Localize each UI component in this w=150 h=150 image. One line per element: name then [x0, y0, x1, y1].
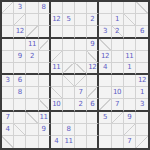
- cell-r11c9-empty[interactable]: [99, 124, 111, 136]
- cell-r5c10-empty[interactable]: [112, 51, 124, 63]
- cell-r8c9-empty[interactable]: [99, 87, 111, 99]
- cell-r2c3-empty[interactable]: [26, 14, 38, 26]
- cell-r6c5-given[interactable]: 11: [51, 63, 63, 75]
- cell-r7c2-given[interactable]: 6: [14, 75, 26, 87]
- cell-r5c7-empty[interactable]: [75, 51, 87, 63]
- cell-r8c6-empty[interactable]: [63, 87, 75, 99]
- cell-r1c11-empty[interactable]: [124, 2, 136, 14]
- cell-r6c6-empty[interactable]: [63, 63, 75, 75]
- cell-r9c3-empty[interactable]: [26, 99, 38, 111]
- cell-r3c3-empty[interactable]: [26, 26, 38, 38]
- cell-r10c5-empty[interactable]: [51, 112, 63, 124]
- cell-r1c4-given[interactable]: 8: [39, 2, 51, 14]
- cell-r6c2-empty[interactable]: [14, 63, 26, 75]
- cell-r10c8-empty[interactable]: [87, 112, 99, 124]
- cell-r12c3-empty[interactable]: [26, 136, 38, 148]
- cell-r8c8-empty[interactable]: [87, 87, 99, 99]
- cell-r9c6-empty[interactable]: [63, 99, 75, 111]
- cell-r7c3-empty[interactable]: [26, 75, 38, 87]
- cell-r5c6-empty[interactable]: [63, 51, 75, 63]
- cell-r2c4-empty[interactable]: [39, 14, 51, 26]
- cell-r10c6-empty[interactable]: [63, 112, 75, 124]
- cell-r9c5-given[interactable]: 10: [51, 99, 63, 111]
- cell-r5c11-given[interactable]: 11: [124, 51, 136, 63]
- cell-r8c5-empty[interactable]: [51, 87, 63, 99]
- cell-r9c4-empty[interactable]: [39, 99, 51, 111]
- cell-r12c4-empty[interactable]: [39, 136, 51, 148]
- cell-r4c5-empty[interactable]: [51, 39, 63, 51]
- cell-r4c2-empty[interactable]: [14, 39, 26, 51]
- cell-r10c9-given[interactable]: 5: [99, 112, 111, 124]
- cell-r6c12-empty[interactable]: [136, 63, 148, 75]
- cell-r11c8-empty[interactable]: [87, 124, 99, 136]
- cell-r3c10-given[interactable]: 2: [112, 26, 124, 38]
- cell-r11c4-given[interactable]: 9: [39, 124, 51, 136]
- cell-r6c7-empty[interactable]: [75, 63, 87, 75]
- cell-r3c6-empty[interactable]: [63, 26, 75, 38]
- cell-r7c12-given[interactable]: 12: [136, 75, 148, 87]
- cell-r7c6-empty[interactable]: [63, 75, 75, 87]
- cell-r12c8-empty[interactable]: [87, 136, 99, 148]
- cell-r8c11-empty[interactable]: [124, 87, 136, 99]
- cell-r10c12-empty[interactable]: [136, 112, 148, 124]
- cell-r7c9-empty[interactable]: [99, 75, 111, 87]
- cell-r9c11-empty[interactable]: [124, 99, 136, 111]
- cell-r8c1-empty[interactable]: [2, 87, 14, 99]
- cell-r7c10-empty[interactable]: [112, 75, 124, 87]
- cell-r2c12-empty[interactable]: [136, 14, 148, 26]
- cell-r4c8-given[interactable]: 9: [87, 39, 99, 51]
- cell-r7c1-given[interactable]: 3: [2, 75, 14, 87]
- cell-r12c1-empty[interactable]: [2, 136, 14, 148]
- cell-r6c3-empty[interactable]: [26, 63, 38, 75]
- cell-r3c12-given[interactable]: 6: [136, 26, 148, 38]
- cell-r9c1-empty[interactable]: [2, 99, 14, 111]
- cell-r8c2-given[interactable]: 8: [14, 87, 26, 99]
- cell-r11c3-empty[interactable]: [26, 124, 38, 136]
- cell-r6c1-empty[interactable]: [2, 63, 14, 75]
- cell-r12c5-given[interactable]: 4: [51, 136, 63, 148]
- cell-r5c4-empty[interactable]: [39, 51, 51, 63]
- cell-r5c1-empty[interactable]: [2, 51, 14, 63]
- cell-r10c10-empty[interactable]: [112, 112, 124, 124]
- cell-r6c4-empty[interactable]: [39, 63, 51, 75]
- cell-r2c5-given[interactable]: 12: [51, 14, 63, 26]
- cell-r1c9-empty[interactable]: [99, 2, 111, 14]
- cell-r11c6-given[interactable]: 8: [63, 124, 75, 136]
- cell-r11c10-empty[interactable]: [112, 124, 124, 136]
- cell-r9c9-empty[interactable]: [99, 99, 111, 111]
- sudoku-board: 3812521123261199212111112413612871011026…: [0, 0, 150, 150]
- cell-r5c2-given[interactable]: 9: [14, 51, 26, 63]
- cell-r9c7-given[interactable]: 2: [75, 99, 87, 111]
- cell-r4c10-empty[interactable]: [112, 39, 124, 51]
- cell-r1c12-empty[interactable]: [136, 2, 148, 14]
- cell-r4c7-empty[interactable]: [75, 39, 87, 51]
- cell-r6c9-given[interactable]: 4: [99, 63, 111, 75]
- cell-r2c11-empty[interactable]: [124, 14, 136, 26]
- cell-r11c5-empty[interactable]: [51, 124, 63, 136]
- cell-r6c10-empty[interactable]: [112, 63, 124, 75]
- cell-r1c1-empty[interactable]: [2, 2, 14, 14]
- cell-r8c7-given[interactable]: 7: [75, 87, 87, 99]
- cell-r9c8-given[interactable]: 6: [87, 99, 99, 111]
- cell-r11c12-empty[interactable]: [136, 124, 148, 136]
- cell-r1c5-empty[interactable]: [51, 2, 63, 14]
- cell-r7c5-empty[interactable]: [51, 75, 63, 87]
- cell-r4c12-empty[interactable]: [136, 39, 148, 51]
- cell-r1c10-empty[interactable]: [112, 2, 124, 14]
- cell-r1c2-given[interactable]: 3: [14, 2, 26, 14]
- cell-r1c8-empty[interactable]: [87, 2, 99, 14]
- cell-r3c7-empty[interactable]: [75, 26, 87, 38]
- cell-r5c3-given[interactable]: 2: [26, 51, 38, 63]
- cell-r3c5-empty[interactable]: [51, 26, 63, 38]
- cell-r3c4-empty[interactable]: [39, 26, 51, 38]
- cell-r8c10-given[interactable]: 10: [112, 87, 124, 99]
- cell-r4c3-given[interactable]: 11: [26, 39, 38, 51]
- cell-r10c2-empty[interactable]: [14, 112, 26, 124]
- cell-r12c7-empty[interactable]: [75, 136, 87, 148]
- cell-r10c11-given[interactable]: 9: [124, 112, 136, 124]
- cell-r4c1-empty[interactable]: [2, 39, 14, 51]
- cell-r1c6-empty[interactable]: [63, 2, 75, 14]
- cell-r4c9-empty[interactable]: [99, 39, 111, 51]
- cell-r12c10-empty[interactable]: [112, 136, 124, 148]
- cell-r2c2-empty[interactable]: [14, 14, 26, 26]
- cell-r9c12-given[interactable]: 3: [136, 99, 148, 111]
- cell-r12c2-empty[interactable]: [14, 136, 26, 148]
- cell-r2c6-given[interactable]: 5: [63, 14, 75, 26]
- cell-r6c8-given[interactable]: 12: [87, 63, 99, 75]
- cell-r11c11-empty[interactable]: [124, 124, 136, 136]
- cell-r7c7-empty[interactable]: [75, 75, 87, 87]
- cell-r12c9-empty[interactable]: [99, 136, 111, 148]
- cell-r10c3-empty[interactable]: [26, 112, 38, 124]
- cell-r3c8-empty[interactable]: [87, 26, 99, 38]
- cell-r6c11-given[interactable]: 1: [124, 63, 136, 75]
- cell-r7c11-empty[interactable]: [124, 75, 136, 87]
- cell-r5c12-empty[interactable]: [136, 51, 148, 63]
- cell-r10c7-empty[interactable]: [75, 112, 87, 124]
- cell-r12c11-given[interactable]: 7: [124, 136, 136, 148]
- cell-r7c8-empty[interactable]: [87, 75, 99, 87]
- cell-r10c4-given[interactable]: 11: [39, 112, 51, 124]
- cell-r11c1-given[interactable]: 4: [2, 124, 14, 136]
- cell-r2c1-empty[interactable]: [2, 14, 14, 26]
- cell-r9c10-given[interactable]: 7: [112, 99, 124, 111]
- cell-r1c7-empty[interactable]: [75, 2, 87, 14]
- cell-r3c11-empty[interactable]: [124, 26, 136, 38]
- cell-r11c7-empty[interactable]: [75, 124, 87, 136]
- cell-r9c2-empty[interactable]: [14, 99, 26, 111]
- cell-r4c4-empty[interactable]: [39, 39, 51, 51]
- cell-r5c8-empty[interactable]: [87, 51, 99, 63]
- cell-r8c3-empty[interactable]: [26, 87, 38, 99]
- cell-r12c12-empty[interactable]: [136, 136, 148, 148]
- cell-r3c2-given[interactable]: 12: [14, 26, 26, 38]
- cell-r5c5-empty[interactable]: [51, 51, 63, 63]
- cell-r2c9-empty[interactable]: [99, 14, 111, 26]
- cell-r11c2-empty[interactable]: [14, 124, 26, 136]
- cell-r3c9-given[interactable]: 3: [99, 26, 111, 38]
- cell-r5c9-given[interactable]: 12: [99, 51, 111, 63]
- cell-r7c4-empty[interactable]: [39, 75, 51, 87]
- cell-r2c8-given[interactable]: 2: [87, 14, 99, 26]
- cell-r4c11-empty[interactable]: [124, 39, 136, 51]
- cell-r3c1-empty[interactable]: [2, 26, 14, 38]
- cell-r8c12-given[interactable]: 1: [136, 87, 148, 99]
- cell-r2c10-given[interactable]: 1: [112, 14, 124, 26]
- cell-r10c1-given[interactable]: 7: [2, 112, 14, 124]
- cell-r8c4-empty[interactable]: [39, 87, 51, 99]
- cell-r2c7-empty[interactable]: [75, 14, 87, 26]
- cell-r4c6-empty[interactable]: [63, 39, 75, 51]
- cell-r1c3-empty[interactable]: [26, 2, 38, 14]
- cell-r12c6-given[interactable]: 11: [63, 136, 75, 148]
